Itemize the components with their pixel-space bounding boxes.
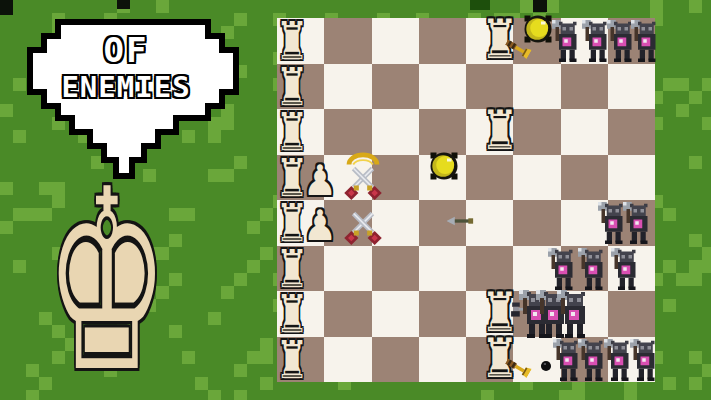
goblin-enemy[interactable]: [604, 336, 632, 384]
orc-enemy[interactable]: [557, 287, 589, 341]
coin-pickup[interactable]: [429, 151, 459, 181]
goblin-enemy[interactable]: [578, 245, 606, 293]
game-scene: OF ENEMIES ♚ ♜♜♜♜♜♜♜♜♜♜♟♟♜♜: [0, 0, 711, 400]
arrow-pickup[interactable]: [446, 216, 473, 227]
goblin-enemy[interactable]: [623, 199, 651, 247]
goblin-enemy[interactable]: [598, 199, 626, 247]
goblin-enemy[interactable]: [631, 17, 659, 65]
coin-pickup[interactable]: [523, 14, 553, 44]
goblin-enemy[interactable]: [611, 245, 639, 293]
cannonball-projectile: [541, 360, 552, 371]
goblin-enemy[interactable]: [630, 336, 658, 384]
halo-icon: [346, 152, 380, 166]
goblin-enemy[interactable]: [552, 17, 580, 65]
goblin-enemy[interactable]: [578, 336, 606, 384]
goblin-enemy[interactable]: [548, 245, 576, 293]
goblin-enemy[interactable]: [582, 17, 610, 65]
attack-swords-icon: [343, 164, 383, 201]
piece-layer: ♜♜♜♜♜♜♜♜♜♜♟♟♜♜: [0, 0, 711, 400]
goblin-enemy[interactable]: [553, 336, 581, 384]
attack-swords-icon: [343, 210, 383, 247]
